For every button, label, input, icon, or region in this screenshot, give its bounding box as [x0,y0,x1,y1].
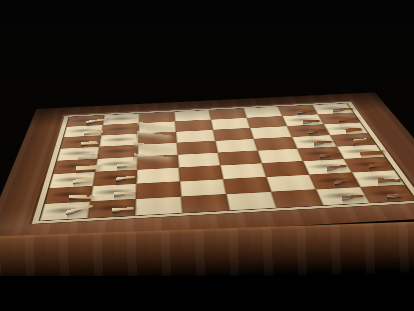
camera-roll-wrapper: ♜♞♝♛♚♝♞♜♟♟♟♟♟♟♟♟♟♟♟♟♟♟♟♟♜♞♝♛♚♝♞♜ [0,0,414,311]
black-rook-icon: ♜ [344,115,414,214]
table-shadow [0,276,414,311]
board-pieces: ♜♞♝♛♚♝♞♜♟♟♟♟♟♟♟♟♟♟♟♟♟♟♟♟♜♞♝♛♚♝♞♜ [40,103,414,220]
photo-stage: Low-angle side photograph of a modern wo… [0,0,414,311]
chess-board: ♜♞♝♛♚♝♞♜♟♟♟♟♟♟♟♟♟♟♟♟♟♟♟♟♜♞♝♛♚♝♞♜ [0,93,414,244]
